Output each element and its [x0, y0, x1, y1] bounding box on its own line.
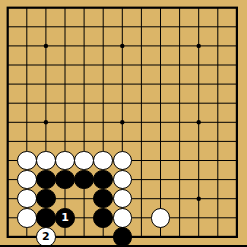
white-stone[interactable]	[55, 151, 75, 171]
star-point	[197, 197, 201, 201]
black-stone[interactable]	[93, 208, 113, 228]
star-point	[120, 44, 124, 48]
white-stone[interactable]	[17, 170, 37, 190]
black-stone-move-1[interactable]: 1	[55, 208, 75, 228]
black-stone[interactable]	[74, 170, 94, 190]
white-stone[interactable]	[36, 151, 56, 171]
white-stone[interactable]	[93, 151, 113, 171]
star-point	[44, 120, 48, 124]
white-stone[interactable]	[151, 208, 171, 228]
black-stone[interactable]	[36, 208, 56, 228]
black-stone[interactable]	[36, 170, 56, 190]
white-stone[interactable]	[74, 151, 94, 171]
black-stone[interactable]	[55, 170, 75, 190]
go-board[interactable]: 12	[0, 0, 247, 247]
go-diagram: 12	[0, 0, 247, 247]
star-point	[44, 44, 48, 48]
white-stone[interactable]	[113, 208, 133, 228]
black-stone[interactable]	[36, 189, 56, 209]
white-stone[interactable]	[17, 151, 37, 171]
star-point	[197, 120, 201, 124]
white-stone[interactable]	[17, 208, 37, 228]
white-stone[interactable]	[17, 189, 37, 209]
star-point	[120, 120, 124, 124]
star-point	[197, 44, 201, 48]
